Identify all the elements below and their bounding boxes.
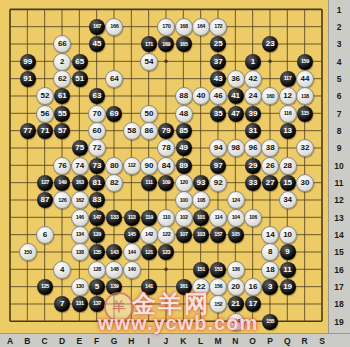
white-stone-82: 82 xyxy=(105,174,123,192)
white-stone-24: 24 xyxy=(244,87,262,105)
move-number: 66 xyxy=(58,40,67,48)
black-stone-43: 43 xyxy=(210,71,226,87)
row-label-9: 9 xyxy=(329,143,349,153)
black-stone-91: 91 xyxy=(20,71,36,87)
move-number: 61 xyxy=(58,92,67,100)
move-number: 170 xyxy=(162,24,170,30)
move-number: 1 xyxy=(251,58,255,66)
move-number: 51 xyxy=(75,75,84,83)
black-stone-85: 85 xyxy=(176,123,192,139)
white-stone-162: 162 xyxy=(71,191,89,209)
white-stone-152: 152 xyxy=(209,295,227,313)
white-stone-80: 80 xyxy=(105,157,123,175)
column-label-D: D xyxy=(56,336,68,346)
column-label-L: L xyxy=(195,336,207,346)
go-board[interactable]: 1671661701681641726645171169165252399265… xyxy=(2,1,331,330)
move-number: 105 xyxy=(232,232,240,238)
black-stone-1: 1 xyxy=(245,54,261,70)
move-number: 62 xyxy=(58,75,67,83)
white-stone-134: 134 xyxy=(71,226,89,244)
column-label-E: E xyxy=(73,336,85,346)
white-stone-100: 100 xyxy=(175,191,193,209)
row-label-2: 2 xyxy=(329,22,349,32)
move-number: 128 xyxy=(93,267,101,273)
row-label-7: 7 xyxy=(329,109,349,119)
white-stone-122: 122 xyxy=(157,226,175,244)
black-stone-143: 143 xyxy=(106,244,122,260)
move-number: 78 xyxy=(162,144,171,152)
white-stone-112: 112 xyxy=(123,157,141,175)
white-stone-130: 130 xyxy=(71,278,89,296)
move-number: 75 xyxy=(75,144,84,152)
white-stone-40: 40 xyxy=(192,87,210,105)
black-stone-41: 41 xyxy=(228,88,244,104)
move-number: 13 xyxy=(283,127,292,135)
white-stone-104: 104 xyxy=(227,209,245,227)
move-number: 129 xyxy=(93,232,101,238)
black-stone-7: 7 xyxy=(54,296,70,312)
move-number: 139 xyxy=(110,284,118,290)
black-stone-37: 37 xyxy=(210,54,226,70)
black-stone-137: 137 xyxy=(89,296,105,312)
black-stone-109: 109 xyxy=(158,175,174,191)
move-number: 159 xyxy=(301,59,309,65)
black-stone-61: 61 xyxy=(54,88,70,104)
white-stone-10: 10 xyxy=(279,226,297,244)
black-stone-99: 99 xyxy=(20,54,36,70)
black-stone-77: 77 xyxy=(20,123,36,139)
white-stone-106: 106 xyxy=(244,209,262,227)
white-stone-172: 172 xyxy=(209,18,227,36)
move-number: 8 xyxy=(268,248,272,256)
move-number: 38 xyxy=(266,144,275,152)
row-label-11: 11 xyxy=(329,178,349,188)
move-number: 94 xyxy=(214,144,223,152)
row-label-8: 8 xyxy=(329,126,349,136)
move-number: 117 xyxy=(284,76,292,82)
move-number: 52 xyxy=(41,92,50,100)
black-stone-151: 151 xyxy=(193,262,209,278)
row-label-10: 10 xyxy=(329,161,349,171)
move-number: 18 xyxy=(266,266,275,274)
black-stone-107: 107 xyxy=(176,227,192,243)
move-number: 22 xyxy=(197,283,206,291)
move-number: 57 xyxy=(58,127,67,135)
move-number: 135 xyxy=(93,250,101,256)
black-stone-141: 141 xyxy=(141,279,157,295)
move-number: 41 xyxy=(231,92,240,100)
white-stone-120: 120 xyxy=(175,174,193,192)
white-stone-46: 46 xyxy=(209,87,227,105)
white-stone-28: 28 xyxy=(279,157,297,175)
white-stone-118: 118 xyxy=(296,87,314,105)
white-stone-12: 12 xyxy=(279,87,297,105)
white-stone-34: 34 xyxy=(279,191,297,209)
white-stone-56: 56 xyxy=(36,105,54,123)
column-label-M: M xyxy=(212,336,224,346)
black-stone-167: 167 xyxy=(89,19,105,35)
black-stone-55: 55 xyxy=(54,106,70,122)
row-coordinate-strip: 12345678910111213141516171819 xyxy=(328,0,350,333)
move-number: 149 xyxy=(58,180,66,186)
go-kifu-diagram: 1671661701681641726645171169165252399265… xyxy=(0,0,350,347)
black-stone-45: 45 xyxy=(89,36,105,52)
move-number: 164 xyxy=(197,24,205,30)
white-stone-72: 72 xyxy=(88,139,106,157)
white-stone-26: 26 xyxy=(261,157,279,175)
move-number: 5 xyxy=(95,283,99,291)
black-stone-27: 27 xyxy=(262,175,278,191)
move-number: 114 xyxy=(214,215,222,221)
row-label-13: 13 xyxy=(329,213,349,223)
black-stone-5: 5 xyxy=(89,279,105,295)
black-stone-47: 47 xyxy=(228,106,244,122)
black-stone-75: 75 xyxy=(72,140,88,156)
move-number: 74 xyxy=(75,162,84,170)
move-number: 130 xyxy=(76,284,84,290)
black-stone-103: 103 xyxy=(193,227,209,243)
white-stone-92: 92 xyxy=(209,174,227,192)
white-stone-90: 90 xyxy=(140,157,158,175)
move-number: 110 xyxy=(162,215,170,221)
move-number: 2 xyxy=(60,58,64,66)
move-number: 31 xyxy=(248,127,257,135)
move-number: 112 xyxy=(128,163,136,169)
column-label-I: I xyxy=(143,336,155,346)
black-stone-69: 69 xyxy=(106,106,122,122)
move-number: 32 xyxy=(300,144,309,152)
move-number: 167 xyxy=(93,24,101,30)
move-number: 24 xyxy=(249,92,258,100)
move-number: 109 xyxy=(162,180,170,186)
black-stone-105: 105 xyxy=(228,227,244,243)
move-number: 153 xyxy=(214,267,222,273)
black-stone-139: 139 xyxy=(106,279,122,295)
black-stone-157: 157 xyxy=(210,227,226,243)
move-number: 147 xyxy=(93,215,101,221)
white-stone-4: 4 xyxy=(53,261,71,279)
column-label-J: J xyxy=(160,336,172,346)
move-number: 97 xyxy=(214,162,223,170)
black-stone-169: 169 xyxy=(158,36,174,52)
move-number: 81 xyxy=(93,179,102,187)
white-stone-138: 138 xyxy=(71,243,89,261)
black-stone-17: 17 xyxy=(245,296,261,312)
black-stone-159: 159 xyxy=(297,54,313,70)
move-number: 148 xyxy=(110,267,118,273)
white-stone-146: 146 xyxy=(71,209,89,227)
white-stone-116: 116 xyxy=(279,105,297,123)
move-number: 20 xyxy=(231,283,240,291)
move-number: 85 xyxy=(179,127,188,135)
move-number: 160 xyxy=(266,94,274,100)
move-number: 87 xyxy=(41,196,50,204)
column-label-F: F xyxy=(91,336,103,346)
move-number: 7 xyxy=(60,300,64,308)
move-number: 115 xyxy=(301,111,309,117)
move-number: 137 xyxy=(93,301,101,307)
black-stone-39: 39 xyxy=(245,106,261,122)
white-stone-166: 166 xyxy=(105,18,123,36)
move-number: 86 xyxy=(145,127,154,135)
move-number: 100 xyxy=(180,198,188,204)
move-number: 40 xyxy=(197,92,206,100)
move-number: 121 xyxy=(145,250,153,256)
move-number: 166 xyxy=(110,24,118,30)
black-stone-171: 171 xyxy=(141,36,157,52)
move-number: 143 xyxy=(110,250,118,256)
move-number: 136 xyxy=(232,267,240,273)
move-number: 134 xyxy=(76,232,84,238)
move-number: 83 xyxy=(93,196,102,204)
move-number: 102 xyxy=(180,215,188,221)
move-number: 46 xyxy=(214,92,223,100)
move-number: 79 xyxy=(162,127,171,135)
move-number: 64 xyxy=(110,75,119,83)
white-stone-32: 32 xyxy=(296,139,314,157)
move-number: 145 xyxy=(128,232,136,238)
row-label-6: 6 xyxy=(329,91,349,101)
white-stone-58: 58 xyxy=(123,122,141,140)
black-stone-127: 127 xyxy=(37,175,53,191)
black-stone-81: 81 xyxy=(89,175,105,191)
move-number: 124 xyxy=(232,198,240,204)
white-stone-62: 62 xyxy=(53,70,71,88)
column-label-C: C xyxy=(39,336,51,346)
move-number: 120 xyxy=(180,180,188,186)
white-stone-8: 8 xyxy=(261,243,279,261)
black-stone-153: 153 xyxy=(210,262,226,278)
row-label-4: 4 xyxy=(329,57,349,67)
white-stone-2: 2 xyxy=(53,53,71,71)
move-number: 54 xyxy=(145,58,154,66)
white-stone-124: 124 xyxy=(227,191,245,209)
column-label-O: O xyxy=(247,336,259,346)
black-stone-3: 3 xyxy=(262,279,278,295)
row-label-12: 12 xyxy=(329,195,349,205)
move-number: 156 xyxy=(214,284,222,290)
move-number: 37 xyxy=(214,58,223,66)
move-number: 49 xyxy=(179,144,188,152)
white-stone-128: 128 xyxy=(88,261,106,279)
black-stone-79: 79 xyxy=(158,123,174,139)
move-number: 98 xyxy=(231,144,240,152)
move-number: 34 xyxy=(283,196,292,204)
move-number: 3 xyxy=(268,283,272,291)
black-stone-123: 123 xyxy=(158,244,174,260)
black-stone-35: 35 xyxy=(210,106,226,122)
move-number: 96 xyxy=(249,144,258,152)
white-stone-64: 64 xyxy=(105,70,123,88)
white-stone-102: 102 xyxy=(175,209,193,227)
move-number: 23 xyxy=(266,40,275,48)
column-coordinate-strip: ABCDEFGHIJKLMNOPQRS xyxy=(0,333,350,347)
black-stone-155: 155 xyxy=(262,314,278,330)
black-stone-29: 29 xyxy=(245,158,261,174)
move-number: 146 xyxy=(76,215,84,221)
move-number: 89 xyxy=(179,162,188,170)
move-number: 6 xyxy=(43,231,47,239)
black-stone-131: 131 xyxy=(72,296,88,312)
move-number: 50 xyxy=(145,110,154,118)
white-stone-18: 18 xyxy=(261,261,279,279)
black-stone-33: 33 xyxy=(245,175,261,191)
move-number: 71 xyxy=(41,127,50,135)
black-stone-133: 133 xyxy=(106,210,122,226)
move-number: 113 xyxy=(128,215,136,221)
black-stone-19: 19 xyxy=(280,279,296,295)
white-stone-96: 96 xyxy=(244,139,262,157)
black-stone-9: 9 xyxy=(280,244,296,260)
black-stone-125: 125 xyxy=(37,279,53,295)
move-number: 36 xyxy=(231,75,240,83)
row-label-3: 3 xyxy=(329,39,349,49)
move-number: 76 xyxy=(58,162,67,170)
move-number: 150 xyxy=(24,250,32,256)
move-number: 15 xyxy=(283,179,292,187)
column-label-K: K xyxy=(177,336,189,346)
move-number: 21 xyxy=(231,300,240,308)
white-stone-150: 150 xyxy=(19,243,37,261)
white-stone-94: 94 xyxy=(209,139,227,157)
black-stone-161: 161 xyxy=(176,279,192,295)
column-label-B: B xyxy=(21,336,33,346)
move-number: 154 xyxy=(232,319,240,325)
move-number: 90 xyxy=(145,162,154,170)
black-stone-63: 63 xyxy=(89,88,105,104)
black-stone-83: 83 xyxy=(89,192,105,208)
black-stone-11: 11 xyxy=(280,262,296,278)
white-stone-50: 50 xyxy=(140,105,158,123)
row-label-14: 14 xyxy=(329,230,349,240)
white-stone-126: 126 xyxy=(53,191,71,209)
move-number: 56 xyxy=(41,110,50,118)
black-stone-129: 129 xyxy=(89,227,105,243)
white-stone-70: 70 xyxy=(88,105,106,123)
move-number: 16 xyxy=(249,283,258,291)
row-label-5: 5 xyxy=(329,74,349,84)
black-stone-97: 97 xyxy=(210,158,226,174)
move-number: 106 xyxy=(249,215,257,221)
white-stone-48: 48 xyxy=(175,105,193,123)
move-number: 151 xyxy=(197,267,205,273)
move-number: 118 xyxy=(301,94,309,100)
move-number: 35 xyxy=(214,110,223,118)
move-number: 72 xyxy=(93,144,102,152)
move-number: 168 xyxy=(180,24,188,30)
move-number: 11 xyxy=(283,266,291,274)
white-stone-20: 20 xyxy=(227,278,245,296)
move-number: 101 xyxy=(197,215,205,221)
black-stone-147: 147 xyxy=(89,210,105,226)
black-stone-31: 31 xyxy=(245,123,261,139)
move-number: 165 xyxy=(180,42,188,48)
white-stone-154: 154 xyxy=(227,313,245,331)
move-number: 125 xyxy=(41,284,49,290)
white-stone-6: 6 xyxy=(36,226,54,244)
move-number: 133 xyxy=(110,215,118,221)
white-stone-30: 30 xyxy=(296,174,314,192)
white-stone-88: 88 xyxy=(175,87,193,105)
row-label-16: 16 xyxy=(329,265,349,275)
white-stone-110: 110 xyxy=(157,209,175,227)
move-number: 77 xyxy=(23,127,32,135)
white-stone-148: 148 xyxy=(105,261,123,279)
white-stone-144: 144 xyxy=(123,243,141,261)
white-stone-168: 168 xyxy=(175,18,193,36)
white-stone-86: 86 xyxy=(140,122,158,140)
move-number: 142 xyxy=(145,232,153,238)
black-stone-145: 145 xyxy=(124,227,140,243)
move-number: 131 xyxy=(76,301,84,307)
move-number: 69 xyxy=(110,110,119,118)
move-number: 126 xyxy=(58,198,66,204)
row-label-17: 17 xyxy=(329,282,349,292)
move-number: 60 xyxy=(93,127,102,135)
black-stone-89: 89 xyxy=(176,158,192,174)
white-stone-42: 42 xyxy=(244,70,262,88)
black-stone-149: 149 xyxy=(54,175,70,191)
move-number: 138 xyxy=(76,250,84,256)
white-stone-44: 44 xyxy=(296,70,314,88)
white-stone-74: 74 xyxy=(71,157,89,175)
white-stone-22: 22 xyxy=(192,278,210,296)
black-stone-71: 71 xyxy=(37,123,53,139)
move-number: 58 xyxy=(127,127,136,135)
move-number: 116 xyxy=(284,111,292,117)
white-stone-78: 78 xyxy=(157,139,175,157)
move-number: 29 xyxy=(248,162,257,170)
move-number: 48 xyxy=(179,110,188,118)
move-number: 55 xyxy=(58,110,67,118)
black-stone-117: 117 xyxy=(280,71,296,87)
move-number: 45 xyxy=(93,40,102,48)
move-number: 141 xyxy=(145,284,153,290)
move-number: 99 xyxy=(23,58,32,66)
move-number: 140 xyxy=(128,267,136,273)
white-stone-14: 14 xyxy=(261,226,279,244)
white-stone-98: 98 xyxy=(227,139,245,157)
move-number: 44 xyxy=(300,75,309,83)
column-label-N: N xyxy=(229,336,241,346)
black-stone-73: 73 xyxy=(89,158,105,174)
move-number: 122 xyxy=(162,232,170,238)
move-number: 169 xyxy=(162,42,170,48)
white-stone-84: 84 xyxy=(157,157,175,175)
move-number: 27 xyxy=(266,179,275,187)
move-number: 88 xyxy=(179,92,188,100)
black-stone-93: 93 xyxy=(193,175,209,191)
move-number: 12 xyxy=(283,92,292,100)
black-stone-13: 13 xyxy=(280,123,296,139)
move-number: 42 xyxy=(249,75,258,83)
move-number: 171 xyxy=(145,42,153,48)
white-stone-114: 114 xyxy=(209,209,227,227)
white-stone-38: 38 xyxy=(261,139,279,157)
black-stone-135: 135 xyxy=(89,244,105,260)
move-number: 73 xyxy=(93,162,102,170)
move-number: 65 xyxy=(75,58,84,66)
black-stone-163: 163 xyxy=(72,175,88,191)
black-stone-111: 111 xyxy=(141,175,157,191)
black-stone-101: 101 xyxy=(193,210,209,226)
move-number: 157 xyxy=(214,232,222,238)
black-stone-25: 25 xyxy=(210,36,226,52)
black-stone-115: 115 xyxy=(297,106,313,122)
move-number: 162 xyxy=(76,198,84,204)
move-number: 152 xyxy=(214,302,222,308)
black-stone-57: 57 xyxy=(54,123,70,139)
